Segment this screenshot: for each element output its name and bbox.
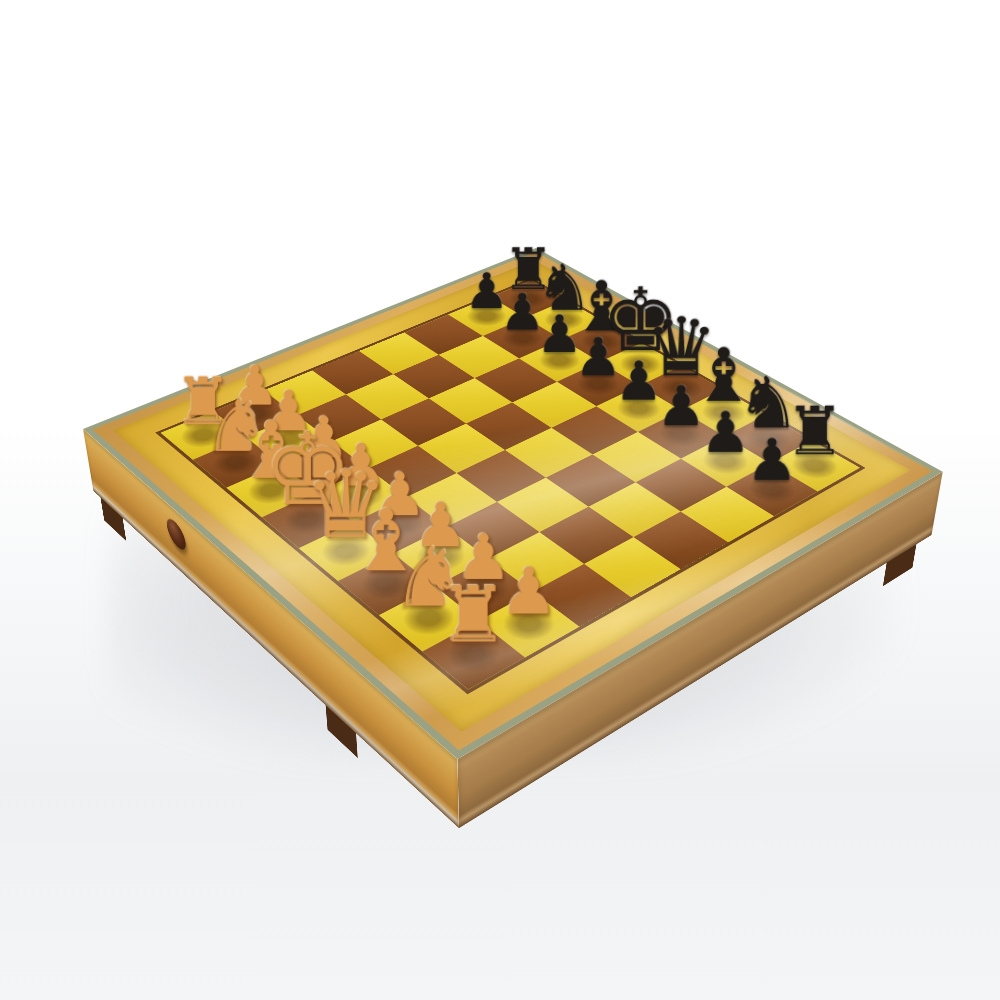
box-leg-south (326, 705, 358, 758)
chess-box: ♜♞♝♚♛♝♞♜♟♟♟♟♟♟♟♟♟♟♟♟♟♟♟♟♜♞♝♚♛♝♞♜ (83, 248, 943, 759)
box-leg-east (883, 544, 917, 586)
scene: ♜♞♝♚♛♝♞♜♟♟♟♟♟♟♟♟♟♟♟♟♟♟♟♟♜♞♝♚♛♝♞♜ (0, 0, 1000, 1000)
photo-stage: ♜♞♝♚♛♝♞♜♟♟♟♟♟♟♟♟♟♟♟♟♟♟♟♟♜♞♝♚♛♝♞♜ (0, 0, 1000, 1000)
drawer-knob (165, 513, 187, 555)
box-leg-west (101, 498, 127, 542)
